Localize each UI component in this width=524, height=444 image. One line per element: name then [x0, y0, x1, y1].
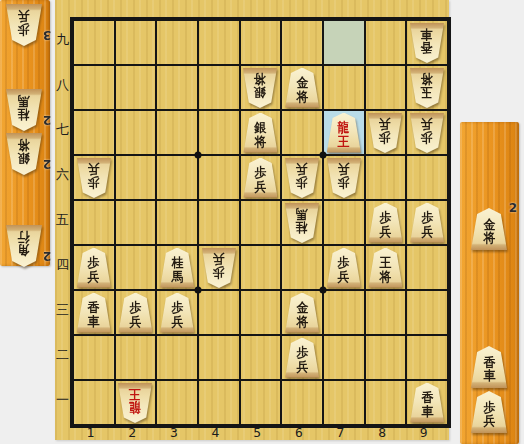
- cell-1六[interactable]: 歩兵: [73, 155, 115, 200]
- piece-kanji: 歩: [213, 266, 225, 279]
- cell-6七[interactable]: [281, 110, 323, 155]
- cell-1一[interactable]: [73, 380, 115, 425]
- piece-pawn-sente[interactable]: 歩兵: [410, 113, 444, 153]
- file-label-4: 4: [195, 424, 236, 440]
- cell-8一[interactable]: [365, 380, 407, 425]
- piece-kanji: 兵: [421, 117, 433, 130]
- cell-6六[interactable]: 歩兵: [281, 155, 323, 200]
- piece-gold-gote[interactable]: 金将: [285, 68, 319, 108]
- piece-kanji: 王: [130, 387, 142, 400]
- file-label-3: 3: [153, 424, 194, 440]
- piece-kanji: 将: [421, 72, 433, 85]
- cell-1九[interactable]: [73, 20, 115, 65]
- board-slab: 九八七六五四三二一 香車銀将金将玉将銀将龍王歩兵歩兵歩兵歩兵歩兵歩兵桂馬歩兵歩兵…: [55, 0, 449, 440]
- piece-kanji: 兵: [213, 252, 225, 265]
- cell-2九[interactable]: [115, 20, 157, 65]
- cell-2八[interactable]: [115, 65, 157, 110]
- hand-slot: 角行2: [6, 225, 42, 267]
- rank-label-四: 四: [55, 242, 70, 287]
- board-grid: 香車銀将金将玉将銀将龍王歩兵歩兵歩兵歩兵歩兵歩兵桂馬歩兵歩兵歩兵桂馬歩兵歩兵王将…: [70, 17, 451, 428]
- cell-5三[interactable]: [240, 290, 282, 335]
- file-label-7: 7: [320, 424, 361, 440]
- cell-2五[interactable]: [115, 200, 157, 245]
- piece-pawn-sente[interactable]: 歩兵: [285, 158, 319, 198]
- cell-5五[interactable]: [240, 200, 282, 245]
- piece-kanji: 将: [255, 72, 267, 85]
- piece-kanji: 歩: [88, 256, 100, 269]
- sente-hand-tray: 歩兵3桂馬2銀将2角行2: [0, 0, 50, 266]
- piece-dragon-gote[interactable]: 龍王: [327, 113, 361, 153]
- cell-5八[interactable]: 銀将: [240, 65, 282, 110]
- cell-3五[interactable]: [156, 200, 198, 245]
- rank-label-一: 一: [55, 377, 70, 422]
- cell-3二[interactable]: [156, 335, 198, 380]
- piece-kanji: 歩: [421, 211, 433, 224]
- piece-pawn-sente[interactable]: 歩兵: [77, 158, 111, 198]
- rank-label-九: 九: [55, 17, 70, 62]
- piece-kanji: 香: [421, 391, 433, 404]
- star-point: [320, 152, 327, 159]
- piece-pawn-sente[interactable]: 歩兵: [368, 113, 402, 153]
- cell-8七[interactable]: 歩兵: [365, 110, 407, 155]
- piece-kanji: 車: [483, 369, 495, 382]
- piece-kanji: 王: [338, 135, 350, 148]
- cell-2一[interactable]: 龍王: [115, 380, 157, 425]
- piece-pawn-gote[interactable]: 歩兵: [327, 248, 361, 288]
- cell-7六[interactable]: 歩兵: [323, 155, 365, 200]
- piece-count-badge: 3: [43, 28, 51, 42]
- piece-pawn-sente[interactable]: 歩兵: [327, 158, 361, 198]
- hand-slot: 銀将2: [6, 133, 42, 175]
- piece-silver-gote[interactable]: 銀将: [243, 113, 277, 153]
- cell-9八[interactable]: 玉将: [406, 65, 448, 110]
- piece-kanji: 歩: [171, 301, 183, 314]
- cell-8九[interactable]: [365, 20, 407, 65]
- cell-4七[interactable]: [198, 110, 240, 155]
- rank-label-七: 七: [55, 107, 70, 152]
- cell-7二[interactable]: [323, 335, 365, 380]
- piece-pawn-gote[interactable]: 歩兵: [410, 203, 444, 243]
- piece-kanji: 歩: [296, 346, 308, 359]
- cell-5一[interactable]: [240, 380, 282, 425]
- piece-kanji: 車: [421, 405, 433, 418]
- shogi-app: 歩兵3桂馬2銀将2角行2 九八七六五四三二一 香車銀将金将玉将銀将龍王歩兵歩兵歩…: [0, 0, 524, 444]
- piece-kanji: 香: [88, 301, 100, 314]
- cell-7九[interactable]: [323, 20, 365, 65]
- cell-5七[interactable]: 銀将: [240, 110, 282, 155]
- piece-pawn-gote[interactable]: 歩兵: [471, 391, 507, 433]
- piece-count-badge: 2: [509, 201, 517, 215]
- cell-9六[interactable]: [406, 155, 448, 200]
- piece-kanji: 歩: [338, 176, 350, 189]
- piece-silver-sente[interactable]: 銀将: [6, 133, 42, 175]
- cell-6五[interactable]: 桂馬: [281, 200, 323, 245]
- cell-8八[interactable]: [365, 65, 407, 110]
- piece-pawn-gote[interactable]: 歩兵: [243, 158, 277, 198]
- cell-4五[interactable]: [198, 200, 240, 245]
- cell-8六[interactable]: [365, 155, 407, 200]
- piece-kanji: 将: [18, 139, 30, 152]
- star-point: [195, 287, 202, 294]
- cell-9一[interactable]: 香車: [406, 380, 448, 425]
- piece-pawn-gote[interactable]: 歩兵: [77, 248, 111, 288]
- piece-gold-gote[interactable]: 金将: [471, 208, 507, 250]
- cell-4八[interactable]: [198, 65, 240, 110]
- cell-3六[interactable]: [156, 155, 198, 200]
- piece-kanji: 馬: [171, 270, 183, 283]
- cell-5六[interactable]: 歩兵: [240, 155, 282, 200]
- piece-kanji: 行: [18, 231, 30, 244]
- piece-kanji: 車: [421, 27, 433, 40]
- piece-kanji: 歩: [483, 401, 495, 414]
- file-label-2: 2: [112, 424, 153, 440]
- piece-kanji: 兵: [296, 360, 308, 373]
- file-label-6: 6: [278, 424, 319, 440]
- cell-4三[interactable]: [198, 290, 240, 335]
- piece-kanji: 香: [421, 41, 433, 54]
- piece-kanji: 金: [483, 218, 495, 231]
- piece-kanji: 角: [18, 244, 30, 257]
- piece-kanji: 兵: [338, 270, 350, 283]
- cell-2二[interactable]: [115, 335, 157, 380]
- cell-3四[interactable]: 桂馬: [156, 245, 198, 290]
- cell-6九[interactable]: [281, 20, 323, 65]
- cell-8四[interactable]: 王将: [365, 245, 407, 290]
- piece-kanji: 馬: [296, 207, 308, 220]
- piece-king-gote[interactable]: 王将: [368, 248, 402, 288]
- piece-kanji: 桂: [171, 256, 183, 269]
- rank-label-二: 二: [55, 332, 70, 377]
- piece-kanji: 兵: [380, 117, 392, 130]
- piece-kanji: 兵: [338, 162, 350, 175]
- cell-3七[interactable]: [156, 110, 198, 155]
- piece-kanji: 馬: [18, 95, 30, 108]
- piece-kanji: 桂: [296, 221, 308, 234]
- piece-bishop-sente[interactable]: 角行: [6, 225, 42, 267]
- cell-3八[interactable]: [156, 65, 198, 110]
- cell-5二[interactable]: [240, 335, 282, 380]
- piece-kanji: 歩: [338, 256, 350, 269]
- piece-lance-gote[interactable]: 香車: [471, 346, 507, 388]
- piece-kanji: 歩: [88, 176, 100, 189]
- file-label-5: 5: [237, 424, 278, 440]
- cell-5九[interactable]: [240, 20, 282, 65]
- rank-label-六: 六: [55, 152, 70, 197]
- cell-4六[interactable]: [198, 155, 240, 200]
- piece-kanji: 銀: [255, 121, 267, 134]
- piece-pawn-gote[interactable]: 歩兵: [118, 293, 152, 333]
- star-point: [320, 287, 327, 294]
- piece-pawn-gote[interactable]: 歩兵: [368, 203, 402, 243]
- piece-count-badge: 2: [43, 249, 51, 263]
- cell-8二[interactable]: [365, 335, 407, 380]
- piece-knight-sente[interactable]: 桂馬: [6, 89, 42, 131]
- rank-label-三: 三: [55, 287, 70, 332]
- cell-7四[interactable]: 歩兵: [323, 245, 365, 290]
- piece-dragon-sente[interactable]: 龍王: [118, 383, 152, 423]
- cell-6一[interactable]: [281, 380, 323, 425]
- cell-4四[interactable]: 歩兵: [198, 245, 240, 290]
- cell-7一[interactable]: [323, 380, 365, 425]
- piece-kanji: 龍: [338, 121, 350, 134]
- cell-2七[interactable]: [115, 110, 157, 155]
- cell-8三[interactable]: [365, 290, 407, 335]
- piece-kanji: 兵: [88, 270, 100, 283]
- cell-3九[interactable]: [156, 20, 198, 65]
- piece-kanji: 龍: [130, 401, 142, 414]
- cell-6八[interactable]: 金将: [281, 65, 323, 110]
- star-point: [195, 152, 202, 159]
- piece-kanji: 歩: [380, 131, 392, 144]
- piece-kanji: 玉: [421, 86, 433, 99]
- piece-kanji: 歩: [255, 166, 267, 179]
- piece-knight-sente[interactable]: 桂馬: [285, 203, 319, 243]
- piece-kanji: 香: [483, 356, 495, 369]
- cell-6三[interactable]: 金将: [281, 290, 323, 335]
- cell-8五[interactable]: 歩兵: [365, 200, 407, 245]
- piece-pawn-sente[interactable]: 歩兵: [202, 248, 236, 288]
- cell-2四[interactable]: [115, 245, 157, 290]
- piece-kanji: 兵: [296, 162, 308, 175]
- piece-kanji: 銀: [18, 152, 30, 165]
- piece-kanji: 歩: [421, 131, 433, 144]
- piece-kanji: 車: [88, 315, 100, 328]
- cell-6四[interactable]: [281, 245, 323, 290]
- cell-3三[interactable]: 歩兵: [156, 290, 198, 335]
- cell-2三[interactable]: 歩兵: [115, 290, 157, 335]
- piece-knight-gote[interactable]: 桂馬: [160, 248, 194, 288]
- cell-2六[interactable]: [115, 155, 157, 200]
- hand-slot: 桂馬2: [6, 89, 42, 131]
- piece-kanji: 将: [296, 90, 308, 103]
- piece-kanji: 兵: [255, 180, 267, 193]
- piece-kanji: 金: [296, 76, 308, 89]
- piece-pawn-gote[interactable]: 歩兵: [160, 293, 194, 333]
- cell-6二[interactable]: 歩兵: [281, 335, 323, 380]
- piece-count-badge: 2: [43, 113, 51, 127]
- cell-7三[interactable]: [323, 290, 365, 335]
- piece-kanji: 兵: [171, 315, 183, 328]
- rank-label-八: 八: [55, 62, 70, 107]
- cell-9九[interactable]: 香車: [406, 20, 448, 65]
- hand-slot: 香車: [471, 346, 507, 388]
- piece-kanji: 歩: [130, 301, 142, 314]
- cell-1八[interactable]: [73, 65, 115, 110]
- hand-slot: 歩兵3: [6, 4, 42, 46]
- cell-1五[interactable]: [73, 200, 115, 245]
- piece-kanji: 将: [255, 135, 267, 148]
- cell-7五[interactable]: [323, 200, 365, 245]
- piece-kanji: 王: [380, 256, 392, 269]
- cell-1二[interactable]: [73, 335, 115, 380]
- piece-kanji: 歩: [18, 23, 30, 36]
- piece-jeweled-king-sente[interactable]: 玉将: [410, 68, 444, 108]
- cell-5四[interactable]: [240, 245, 282, 290]
- piece-kanji: 兵: [483, 414, 495, 427]
- piece-kanji: 兵: [130, 315, 142, 328]
- piece-gold-gote[interactable]: 金将: [285, 293, 319, 333]
- piece-lance-gote[interactable]: 香車: [410, 383, 444, 423]
- piece-kanji: 金: [296, 301, 308, 314]
- piece-kanji: 兵: [18, 10, 30, 23]
- piece-kanji: 兵: [88, 162, 100, 175]
- piece-lance-gote[interactable]: 香車: [77, 293, 111, 333]
- piece-kanji: 将: [483, 231, 495, 244]
- gote-hand-tray: 金将2香車歩兵: [460, 122, 519, 444]
- cell-1三[interactable]: 香車: [73, 290, 115, 335]
- piece-kanji: 桂: [18, 108, 30, 121]
- piece-kanji: 将: [296, 315, 308, 328]
- cell-9七[interactable]: 歩兵: [406, 110, 448, 155]
- hand-slot: 金将2: [471, 208, 507, 250]
- piece-kanji: 兵: [380, 225, 392, 238]
- piece-kanji: 兵: [421, 225, 433, 238]
- cell-9四[interactable]: [406, 245, 448, 290]
- piece-count-badge: 2: [43, 157, 51, 171]
- cell-9三[interactable]: [406, 290, 448, 335]
- file-label-8: 8: [362, 424, 403, 440]
- cell-9二[interactable]: [406, 335, 448, 380]
- piece-pawn-sente[interactable]: 歩兵: [6, 4, 42, 46]
- cell-9五[interactable]: 歩兵: [406, 200, 448, 245]
- cell-1七[interactable]: [73, 110, 115, 155]
- cell-4一[interactable]: [198, 380, 240, 425]
- piece-kanji: 将: [380, 270, 392, 283]
- piece-pawn-gote[interactable]: 歩兵: [285, 338, 319, 378]
- piece-lance-sente[interactable]: 香車: [410, 23, 444, 63]
- piece-kanji: 銀: [255, 86, 267, 99]
- piece-kanji: 歩: [380, 211, 392, 224]
- cell-4九[interactable]: [198, 20, 240, 65]
- cell-1四[interactable]: 歩兵: [73, 245, 115, 290]
- piece-kanji: 歩: [296, 176, 308, 189]
- file-label-9: 9: [403, 424, 444, 440]
- cell-7八[interactable]: [323, 65, 365, 110]
- piece-silver-sente[interactable]: 銀将: [243, 68, 277, 108]
- hand-slot: 歩兵: [471, 391, 507, 433]
- cell-4二[interactable]: [198, 335, 240, 380]
- cell-7七[interactable]: 龍王: [323, 110, 365, 155]
- file-label-1: 1: [70, 424, 111, 440]
- cell-3一[interactable]: [156, 380, 198, 425]
- rank-label-五: 五: [55, 197, 70, 242]
